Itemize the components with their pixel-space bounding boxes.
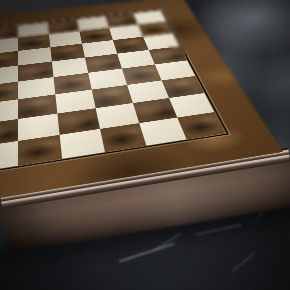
square-r8c8-dark — [177, 112, 225, 139]
square-r8c6-dark — [100, 123, 146, 152]
square-r8c4-dark — [18, 135, 62, 166]
square-r8c5-light — [60, 129, 105, 159]
square-r8c3-light — [0, 141, 18, 173]
chessboard-product-photo — [0, 0, 290, 290]
